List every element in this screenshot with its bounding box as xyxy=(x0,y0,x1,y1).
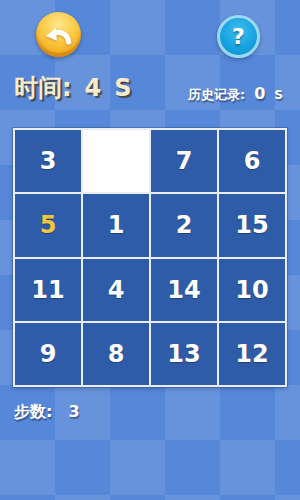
tile-12[interactable]: 12 xyxy=(219,323,285,385)
tile-3[interactable]: 3 xyxy=(15,130,81,192)
steps-label: 步数: xyxy=(14,402,52,423)
help-question-icon: ? xyxy=(232,26,245,48)
tile-10[interactable]: 10 xyxy=(219,259,285,321)
back-arrow-icon xyxy=(45,24,73,46)
record-value: 0 xyxy=(254,84,265,103)
time-value: 4 xyxy=(85,74,102,102)
time-label: 时间: xyxy=(14,72,72,104)
tile-13[interactable]: 13 xyxy=(151,323,217,385)
puzzle-board: 376512151141410981312 xyxy=(13,128,287,387)
tile-6[interactable]: 6 xyxy=(219,130,285,192)
time-unit: S xyxy=(114,74,131,102)
record-display: 历史记录: 0 S xyxy=(188,84,283,104)
tile-8[interactable]: 8 xyxy=(83,323,149,385)
tile-5[interactable]: 5 xyxy=(15,194,81,256)
time-display: 时间: 4 S xyxy=(14,72,132,104)
tile-7[interactable]: 7 xyxy=(151,130,217,192)
empty-cell xyxy=(83,130,149,192)
record-unit: S xyxy=(274,88,283,102)
tile-15[interactable]: 15 xyxy=(219,194,285,256)
back-button[interactable] xyxy=(36,12,81,57)
help-button[interactable]: ? xyxy=(217,15,260,58)
steps-display: 步数: 3 xyxy=(14,402,80,423)
record-label: 历史记录: xyxy=(188,86,245,104)
steps-value: 3 xyxy=(68,402,79,421)
tile-2[interactable]: 2 xyxy=(151,194,217,256)
game-screen: ? 时间: 4 S 历史记录: 0 S 37651215114141098131… xyxy=(0,0,300,500)
tile-14[interactable]: 14 xyxy=(151,259,217,321)
tile-1[interactable]: 1 xyxy=(83,194,149,256)
tile-4[interactable]: 4 xyxy=(83,259,149,321)
tile-9[interactable]: 9 xyxy=(15,323,81,385)
tile-11[interactable]: 11 xyxy=(15,259,81,321)
